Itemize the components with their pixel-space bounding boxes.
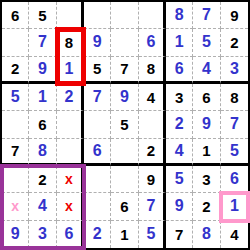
cell-r6c3[interactable] <box>57 139 84 166</box>
cell-r6c4[interactable]: 6 <box>84 139 111 166</box>
cell-r9c7[interactable]: 7 <box>166 221 193 248</box>
cell-r5c1[interactable] <box>2 111 29 138</box>
cell-r8c4[interactable] <box>84 193 111 220</box>
cell-r9c1[interactable]: 9 <box>2 221 29 248</box>
cell-r6c2[interactable]: 8 <box>29 139 56 166</box>
cell-r8c9[interactable]: 1 <box>221 193 248 220</box>
cell-r9c8[interactable]: 8 <box>193 221 220 248</box>
cell-r3c5[interactable]: 7 <box>111 57 138 84</box>
cell-r1c2[interactable]: 5 <box>29 2 56 29</box>
cell-r8c2[interactable]: 4 <box>29 193 56 220</box>
cell-r3c9[interactable]: 3 <box>221 57 248 84</box>
cell-r3c8[interactable]: 4 <box>193 57 220 84</box>
cell-r9c3[interactable]: 6 <box>57 221 84 248</box>
cell-r1c8[interactable]: 7 <box>193 2 220 29</box>
cell-r2c1[interactable] <box>2 29 29 56</box>
cell-r5c2[interactable]: 6 <box>29 111 56 138</box>
cell-r9c5[interactable]: 1 <box>111 221 138 248</box>
cell-r3c2[interactable]: 9 <box>29 57 56 84</box>
cell-r3c4[interactable]: 5 <box>84 57 111 84</box>
cell-r1c3[interactable] <box>57 2 84 29</box>
cell-r7c7[interactable]: 5 <box>166 166 193 193</box>
cell-r2c4[interactable]: 9 <box>84 29 111 56</box>
cell-r7c6[interactable]: 9 <box>139 166 166 193</box>
cell-r4c8[interactable]: 6 <box>193 84 220 111</box>
cell-r4c2[interactable]: 1 <box>29 84 56 111</box>
cell-r3c1[interactable]: 2 <box>2 57 29 84</box>
cell-r5c3[interactable] <box>57 111 84 138</box>
cell-r3c3[interactable]: 1 <box>57 57 84 84</box>
cell-r6c7[interactable]: 4 <box>166 139 193 166</box>
cell-r4c9[interactable]: 8 <box>221 84 248 111</box>
cell-r7c4[interactable] <box>84 166 111 193</box>
cell-r4c7[interactable]: 3 <box>166 84 193 111</box>
cell-r7c3[interactable]: x <box>57 166 84 193</box>
sudoku-board: 6587978961522915786435127943686529778624… <box>0 0 250 250</box>
cell-r9c9[interactable]: 4 <box>221 221 248 248</box>
cell-r4c3[interactable]: 2 <box>57 84 84 111</box>
cell-r6c5[interactable] <box>111 139 138 166</box>
cell-r2c6[interactable]: 6 <box>139 29 166 56</box>
cell-r4c4[interactable]: 7 <box>84 84 111 111</box>
cell-r5c4[interactable] <box>84 111 111 138</box>
cell-r4c5[interactable]: 9 <box>111 84 138 111</box>
cell-r4c6[interactable]: 4 <box>139 84 166 111</box>
cell-r7c8[interactable]: 3 <box>193 166 220 193</box>
cell-r9c6[interactable]: 5 <box>139 221 166 248</box>
cell-r5c7[interactable]: 2 <box>166 111 193 138</box>
cell-r1c5[interactable] <box>111 2 138 29</box>
cell-r9c4[interactable]: 2 <box>84 221 111 248</box>
cell-r1c6[interactable] <box>139 2 166 29</box>
cell-r5c9[interactable]: 7 <box>221 111 248 138</box>
cell-r3c6[interactable]: 8 <box>139 57 166 84</box>
cell-r8c3[interactable]: x <box>57 193 84 220</box>
cell-r3c7[interactable]: 6 <box>166 57 193 84</box>
cell-r6c8[interactable]: 1 <box>193 139 220 166</box>
cell-r8c5[interactable]: 6 <box>111 193 138 220</box>
cell-r1c4[interactable] <box>84 2 111 29</box>
cell-r2c7[interactable]: 1 <box>166 29 193 56</box>
cell-r5c6[interactable] <box>139 111 166 138</box>
cell-r6c1[interactable]: 7 <box>2 139 29 166</box>
cell-r8c8[interactable]: 2 <box>193 193 220 220</box>
cell-r8c1[interactable]: x <box>2 193 29 220</box>
cell-r1c7[interactable]: 8 <box>166 2 193 29</box>
cell-r7c2[interactable]: 2 <box>29 166 56 193</box>
cell-r1c9[interactable]: 9 <box>221 2 248 29</box>
cell-r7c5[interactable] <box>111 166 138 193</box>
cell-r4c1[interactable]: 5 <box>2 84 29 111</box>
cell-r5c8[interactable]: 9 <box>193 111 220 138</box>
cell-r1c1[interactable]: 6 <box>2 2 29 29</box>
cell-r2c8[interactable]: 5 <box>193 29 220 56</box>
cell-r7c1[interactable] <box>2 166 29 193</box>
cell-r6c9[interactable]: 5 <box>221 139 248 166</box>
cell-r2c2[interactable]: 7 <box>29 29 56 56</box>
cell-r9c2[interactable]: 3 <box>29 221 56 248</box>
sudoku-grid: 6587978961522915786435127943686529778624… <box>0 0 250 250</box>
cell-r5c5[interactable]: 5 <box>111 111 138 138</box>
cell-r8c7[interactable]: 9 <box>166 193 193 220</box>
cell-r2c5[interactable] <box>111 29 138 56</box>
cell-r6c6[interactable]: 2 <box>139 139 166 166</box>
cell-r2c3[interactable]: 8 <box>57 29 84 56</box>
cell-r2c9[interactable]: 2 <box>221 29 248 56</box>
cell-r8c6[interactable]: 7 <box>139 193 166 220</box>
cell-r7c9[interactable]: 6 <box>221 166 248 193</box>
